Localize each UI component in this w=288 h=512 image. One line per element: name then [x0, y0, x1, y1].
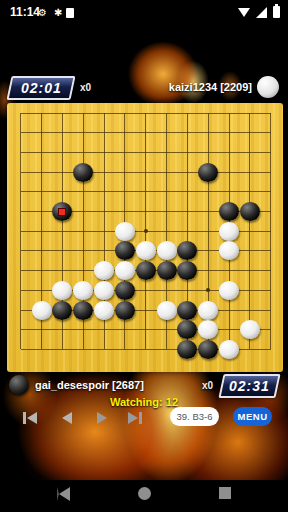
- android-recents-icon[interactable]: [219, 487, 231, 499]
- black-stone: [73, 163, 93, 182]
- white-stone: [73, 281, 93, 300]
- white-stone: [32, 301, 52, 320]
- opponent-clock-value: 02:01: [21, 80, 62, 96]
- grid-line-h: [21, 329, 271, 330]
- white-stone: [115, 261, 135, 280]
- opponent-captures: x0: [80, 82, 91, 93]
- status-bar: 11:14 ⚙ ✱: [0, 0, 288, 24]
- black-stone: [115, 281, 135, 300]
- black-stone: [136, 261, 156, 280]
- black-stone: [177, 320, 197, 339]
- go-board[interactable]: [7, 103, 283, 372]
- opponent-name: kaizi1234 [2209]: [169, 81, 252, 93]
- white-stone: [219, 241, 239, 260]
- white-stone: [52, 281, 72, 300]
- last-move-marker: [58, 208, 66, 216]
- black-stone-avatar: [9, 375, 29, 395]
- black-stone: [177, 301, 197, 320]
- grid-line-v: [270, 113, 271, 349]
- status-time: 11:14: [10, 5, 40, 19]
- white-stone: [157, 241, 177, 260]
- wifi-icon: [238, 8, 250, 17]
- battery-icon: [273, 6, 280, 18]
- black-stone: [219, 202, 239, 221]
- black-stone: [177, 261, 197, 280]
- sim-icon: [66, 8, 74, 18]
- previous-move-button[interactable]: [58, 410, 76, 426]
- android-back-icon[interactable]: [57, 487, 70, 501]
- gear-icon: ⚙: [38, 7, 47, 18]
- white-stone: [198, 301, 218, 320]
- white-stone: [136, 241, 156, 260]
- white-stone: [240, 320, 260, 339]
- black-stone: [52, 301, 72, 320]
- white-stone: [219, 340, 239, 359]
- black-stone: [115, 241, 135, 260]
- black-stone: [177, 340, 197, 359]
- white-stone: [94, 281, 114, 300]
- black-stone: [177, 241, 197, 260]
- black-stone: [157, 261, 177, 280]
- next-move-button[interactable]: [93, 410, 111, 426]
- move-number-display[interactable]: 39. B3-6: [170, 407, 219, 426]
- white-stone-avatar: [257, 76, 279, 98]
- first-move-button[interactable]: [21, 410, 39, 426]
- phone-screen: 11:14 ⚙ ✱ 02:01 x0 kaizi1234 [2209] gai_…: [0, 0, 288, 512]
- player-clock: 02:31: [218, 374, 280, 398]
- white-stone: [219, 281, 239, 300]
- white-stone: [157, 301, 177, 320]
- signal-icon: [256, 7, 267, 18]
- menu-button[interactable]: MENU: [233, 407, 272, 426]
- last-move-button[interactable]: [126, 410, 144, 426]
- opponent-clock: 02:01: [6, 76, 75, 100]
- black-stone: [198, 340, 218, 359]
- android-home-icon[interactable]: [138, 487, 151, 500]
- black-stone: [73, 301, 93, 320]
- white-stone: [115, 222, 135, 241]
- grid-line-v: [249, 113, 250, 349]
- white-stone: [94, 301, 114, 320]
- black-stone: [198, 163, 218, 182]
- player-captures: x0: [202, 380, 213, 391]
- player-name: gai_desespoir [2687]: [35, 379, 144, 391]
- notification-icon: ✱: [54, 7, 62, 18]
- player-clock-value: 02:31: [229, 378, 270, 394]
- white-stone: [219, 222, 239, 241]
- black-stone: [240, 202, 260, 221]
- android-navigation-bar: [0, 480, 288, 512]
- hoshi-point: [206, 288, 210, 292]
- black-stone: [115, 301, 135, 320]
- white-stone: [198, 320, 218, 339]
- white-stone: [94, 261, 114, 280]
- hoshi-point: [144, 229, 148, 233]
